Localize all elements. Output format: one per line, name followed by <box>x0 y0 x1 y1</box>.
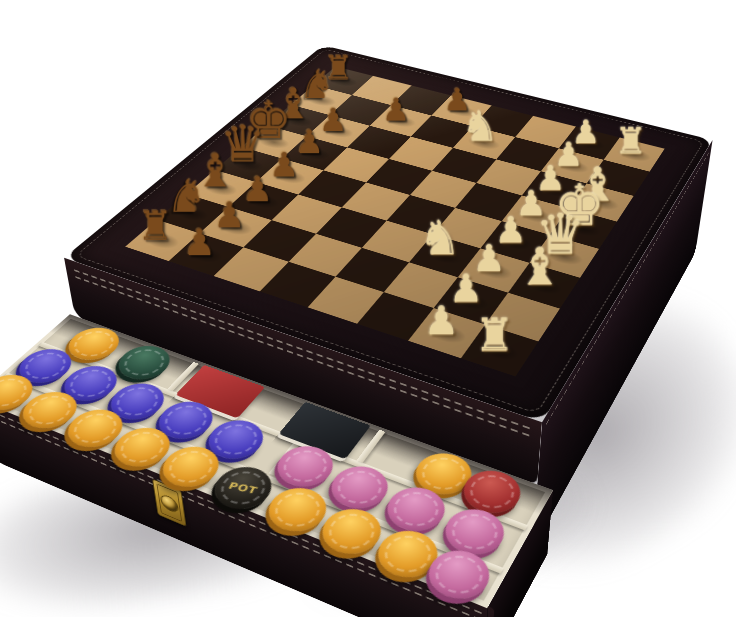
rook-glyph: ♜ <box>453 312 536 357</box>
piece-white-bishop-c1[interactable]: ♝ <box>508 263 580 309</box>
chess-case: POT ♜♞♝♛♚♝♞♜♟♟♟♟♟♟♟♟♜♝♛♚♝♜♞♞♟♟♟♟♟♟♟♟ <box>64 45 712 422</box>
bishop-glyph: ♝ <box>501 241 579 292</box>
product-photo-scene: POT ♜♞♝♛♚♝♞♜♟♟♟♟♟♟♟♟♜♝♛♚♝♜♞♞♟♟♟♟♟♟♟♟ <box>0 0 736 617</box>
piece-dark-pawn-a7[interactable]: ♟ <box>169 233 244 276</box>
pawn-glyph: ♟ <box>162 224 237 261</box>
piece-white-rook-a1[interactable]: ♜ <box>461 324 539 376</box>
